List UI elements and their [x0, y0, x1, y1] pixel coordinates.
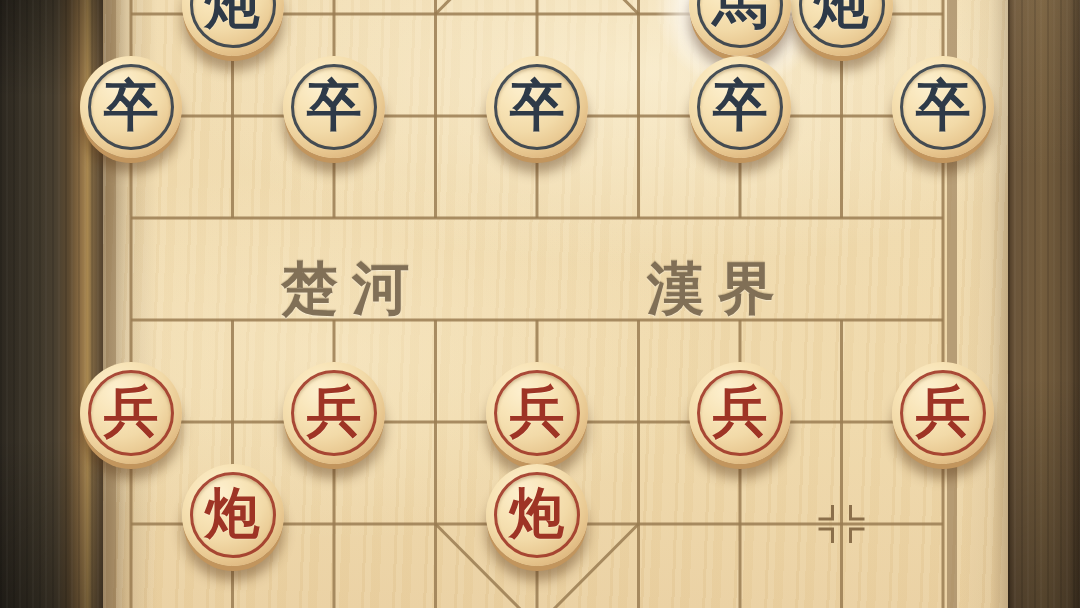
piece-character: 兵: [916, 384, 971, 439]
red-soldier[interactable]: 兵: [486, 362, 588, 464]
piece-character: 兵: [510, 384, 565, 439]
piece-character: 卒: [104, 78, 159, 133]
piece-character: 炮: [205, 0, 260, 31]
black-soldier[interactable]: 卒: [689, 56, 791, 158]
board-frame-right: [1008, 0, 1080, 608]
piece-character: 卒: [307, 78, 362, 133]
red-soldier[interactable]: 兵: [689, 362, 791, 464]
piece-character: 馬: [713, 0, 768, 31]
piece-character: 卒: [713, 78, 768, 133]
piece-character: 兵: [713, 384, 768, 439]
piece-character: 卒: [916, 78, 971, 133]
piece-character: 兵: [307, 384, 362, 439]
piece-character: 兵: [104, 384, 159, 439]
piece-character: 炮: [510, 486, 565, 541]
red-soldier[interactable]: 兵: [80, 362, 182, 464]
black-soldier[interactable]: 卒: [486, 56, 588, 158]
black-soldier[interactable]: 卒: [892, 56, 994, 158]
red-soldier[interactable]: 兵: [892, 362, 994, 464]
red-cannon[interactable]: 炮: [486, 464, 588, 566]
red-soldier[interactable]: 兵: [283, 362, 385, 464]
piece-character: 炮: [205, 486, 260, 541]
river-label-chu-he: 楚河: [281, 256, 423, 320]
red-cannon[interactable]: 炮: [182, 464, 284, 566]
black-soldier[interactable]: 卒: [80, 56, 182, 158]
xiangqi-game-screen: 楚河 漢界 炮炮馬卒卒卒卒卒兵兵兵兵兵炮炮: [0, 0, 1080, 608]
black-soldier[interactable]: 卒: [283, 56, 385, 158]
piece-character: 卒: [510, 78, 565, 133]
river-label-han-jie: 漢界: [647, 256, 789, 320]
piece-character: 炮: [814, 0, 869, 31]
